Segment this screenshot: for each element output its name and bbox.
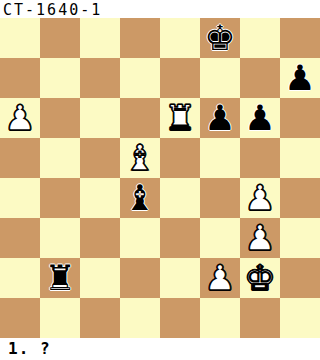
square-c4[interactable] bbox=[80, 178, 120, 218]
square-f6[interactable]: ♟ bbox=[200, 98, 240, 138]
square-b4[interactable] bbox=[40, 178, 80, 218]
square-h3[interactable] bbox=[280, 218, 320, 258]
square-b6[interactable] bbox=[40, 98, 80, 138]
square-e6[interactable]: ♜ bbox=[160, 98, 200, 138]
square-e8[interactable] bbox=[160, 18, 200, 58]
square-c2[interactable] bbox=[80, 258, 120, 298]
move-prompt: 1. ? bbox=[8, 339, 51, 358]
piece-black-pawn[interactable]: ♟ bbox=[204, 98, 235, 138]
square-b7[interactable] bbox=[40, 58, 80, 98]
square-e4[interactable] bbox=[160, 178, 200, 218]
piece-black-king[interactable]: ♚ bbox=[204, 18, 235, 58]
square-g2[interactable]: ♚ bbox=[240, 258, 280, 298]
square-g4[interactable]: ♟ bbox=[240, 178, 280, 218]
square-a4[interactable] bbox=[0, 178, 40, 218]
square-h7[interactable]: ♟ bbox=[280, 58, 320, 98]
piece-black-pawn[interactable]: ♟ bbox=[244, 98, 275, 138]
square-f8[interactable]: ♚ bbox=[200, 18, 240, 58]
piece-black-rook[interactable]: ♜ bbox=[44, 258, 75, 298]
piece-white-pawn[interactable]: ♟ bbox=[244, 178, 275, 218]
square-f3[interactable] bbox=[200, 218, 240, 258]
square-e5[interactable] bbox=[160, 138, 200, 178]
piece-white-pawn[interactable]: ♟ bbox=[244, 218, 275, 258]
piece-black-pawn[interactable]: ♟ bbox=[284, 58, 315, 98]
square-c5[interactable] bbox=[80, 138, 120, 178]
square-b2[interactable]: ♜ bbox=[40, 258, 80, 298]
puzzle-id: CT-1640-1 bbox=[3, 1, 102, 19]
chess-board: ♚♟♟♜♟♟♝♝♟♟♜♟♚ bbox=[0, 18, 320, 338]
square-e3[interactable] bbox=[160, 218, 200, 258]
square-g7[interactable] bbox=[240, 58, 280, 98]
square-e2[interactable] bbox=[160, 258, 200, 298]
square-h1[interactable] bbox=[280, 298, 320, 338]
square-g5[interactable] bbox=[240, 138, 280, 178]
square-a5[interactable] bbox=[0, 138, 40, 178]
square-f7[interactable] bbox=[200, 58, 240, 98]
square-d4[interactable]: ♝ bbox=[120, 178, 160, 218]
square-g8[interactable] bbox=[240, 18, 280, 58]
chess-diagram-page: CT-1640-1 ♚♟♟♜♟♟♝♝♟♟♜♟♚ 1. ? bbox=[0, 0, 320, 360]
piece-white-bishop[interactable]: ♝ bbox=[124, 138, 155, 178]
square-b1[interactable] bbox=[40, 298, 80, 338]
square-a7[interactable] bbox=[0, 58, 40, 98]
square-a8[interactable] bbox=[0, 18, 40, 58]
square-f1[interactable] bbox=[200, 298, 240, 338]
square-h4[interactable] bbox=[280, 178, 320, 218]
square-h2[interactable] bbox=[280, 258, 320, 298]
square-d2[interactable] bbox=[120, 258, 160, 298]
square-a6[interactable]: ♟ bbox=[0, 98, 40, 138]
piece-white-pawn[interactable]: ♟ bbox=[4, 98, 35, 138]
square-e1[interactable] bbox=[160, 298, 200, 338]
square-d5[interactable]: ♝ bbox=[120, 138, 160, 178]
square-d7[interactable] bbox=[120, 58, 160, 98]
square-f5[interactable] bbox=[200, 138, 240, 178]
square-b5[interactable] bbox=[40, 138, 80, 178]
square-h6[interactable] bbox=[280, 98, 320, 138]
square-f4[interactable] bbox=[200, 178, 240, 218]
square-b8[interactable] bbox=[40, 18, 80, 58]
square-c3[interactable] bbox=[80, 218, 120, 258]
square-c7[interactable] bbox=[80, 58, 120, 98]
square-a1[interactable] bbox=[0, 298, 40, 338]
square-d1[interactable] bbox=[120, 298, 160, 338]
square-a3[interactable] bbox=[0, 218, 40, 258]
square-g1[interactable] bbox=[240, 298, 280, 338]
square-d8[interactable] bbox=[120, 18, 160, 58]
square-e7[interactable] bbox=[160, 58, 200, 98]
square-c1[interactable] bbox=[80, 298, 120, 338]
square-a2[interactable] bbox=[0, 258, 40, 298]
piece-black-bishop[interactable]: ♝ bbox=[124, 178, 155, 218]
square-d3[interactable] bbox=[120, 218, 160, 258]
square-f2[interactable]: ♟ bbox=[200, 258, 240, 298]
square-h8[interactable] bbox=[280, 18, 320, 58]
square-g6[interactable]: ♟ bbox=[240, 98, 280, 138]
piece-white-pawn[interactable]: ♟ bbox=[204, 258, 235, 298]
square-c8[interactable] bbox=[80, 18, 120, 58]
piece-white-king[interactable]: ♚ bbox=[244, 258, 275, 298]
piece-white-rook[interactable]: ♜ bbox=[164, 98, 195, 138]
square-b3[interactable] bbox=[40, 218, 80, 258]
square-c6[interactable] bbox=[80, 98, 120, 138]
square-g3[interactable]: ♟ bbox=[240, 218, 280, 258]
square-d6[interactable] bbox=[120, 98, 160, 138]
square-h5[interactable] bbox=[280, 138, 320, 178]
